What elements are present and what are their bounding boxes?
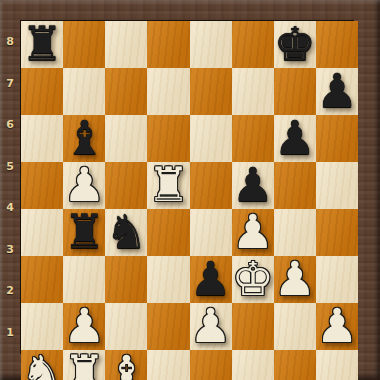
square-a1[interactable]: ♞: [21, 350, 63, 380]
square-g3[interactable]: ♟: [274, 256, 316, 303]
square-f6[interactable]: [232, 115, 274, 162]
square-a2[interactable]: [21, 303, 63, 350]
square-h4[interactable]: [316, 209, 358, 256]
square-h6[interactable]: [316, 115, 358, 162]
white-knight[interactable]: ♞: [21, 349, 63, 380]
white-bishop[interactable]: ♝: [105, 349, 147, 380]
square-d4[interactable]: [147, 209, 189, 256]
black-bishop[interactable]: ♝: [63, 114, 105, 161]
square-h7[interactable]: ♟: [316, 68, 358, 115]
square-a7[interactable]: [21, 68, 63, 115]
white-rook[interactable]: ♜: [147, 161, 189, 208]
square-c7[interactable]: [105, 68, 147, 115]
white-rook[interactable]: ♜: [63, 349, 105, 380]
white-pawn[interactable]: ♟: [316, 302, 358, 349]
square-e4[interactable]: [190, 209, 232, 256]
square-e2[interactable]: ♟: [190, 303, 232, 350]
rank-label-4: 4: [0, 187, 20, 229]
rank-label-2: 2: [0, 270, 20, 312]
rank-label-8: 8: [0, 21, 20, 63]
square-f3[interactable]: ♚: [232, 256, 274, 303]
black-rook[interactable]: ♜: [63, 208, 105, 255]
black-pawn[interactable]: ♟: [274, 114, 316, 161]
square-d2[interactable]: [147, 303, 189, 350]
white-pawn[interactable]: ♟: [63, 302, 105, 349]
rank-label-6: 6: [0, 104, 20, 146]
square-d1[interactable]: [147, 350, 189, 380]
square-b7[interactable]: [63, 68, 105, 115]
black-king[interactable]: ♚: [274, 20, 316, 67]
square-h3[interactable]: [316, 256, 358, 303]
square-f1[interactable]: [232, 350, 274, 380]
square-e7[interactable]: [190, 68, 232, 115]
square-e8[interactable]: [190, 21, 232, 68]
chess-app: 87654321 ABCDEFGH ♜♚♟♝♟♟♜♟♜♞♟♟♚♟♟♟♟♞♜♝: [0, 0, 380, 380]
square-d7[interactable]: [147, 68, 189, 115]
rank-labels: 87654321: [0, 21, 20, 353]
square-e5[interactable]: [190, 162, 232, 209]
square-g1[interactable]: [274, 350, 316, 380]
black-pawn[interactable]: ♟: [190, 255, 232, 302]
square-c2[interactable]: [105, 303, 147, 350]
square-a8[interactable]: ♜: [21, 21, 63, 68]
black-pawn[interactable]: ♟: [316, 67, 358, 114]
square-a6[interactable]: [21, 115, 63, 162]
square-b2[interactable]: ♟: [63, 303, 105, 350]
square-h1[interactable]: [316, 350, 358, 380]
square-e3[interactable]: ♟: [190, 256, 232, 303]
square-b8[interactable]: [63, 21, 105, 68]
square-b4[interactable]: ♜: [63, 209, 105, 256]
square-g8[interactable]: ♚: [274, 21, 316, 68]
rank-label-5: 5: [0, 146, 20, 188]
square-f7[interactable]: [232, 68, 274, 115]
square-g4[interactable]: [274, 209, 316, 256]
white-pawn[interactable]: ♟: [274, 255, 316, 302]
square-f8[interactable]: [232, 21, 274, 68]
square-c3[interactable]: [105, 256, 147, 303]
rank-label-3: 3: [0, 229, 20, 271]
white-pawn[interactable]: ♟: [190, 302, 232, 349]
square-e6[interactable]: [190, 115, 232, 162]
black-knight[interactable]: ♞: [105, 208, 147, 255]
square-f4[interactable]: ♟: [232, 209, 274, 256]
square-c6[interactable]: [105, 115, 147, 162]
square-a5[interactable]: [21, 162, 63, 209]
square-a4[interactable]: [21, 209, 63, 256]
square-b6[interactable]: ♝: [63, 115, 105, 162]
square-c4[interactable]: ♞: [105, 209, 147, 256]
white-king[interactable]: ♚: [232, 255, 274, 302]
square-h8[interactable]: [316, 21, 358, 68]
square-c1[interactable]: ♝: [105, 350, 147, 380]
white-pawn[interactable]: ♟: [63, 161, 105, 208]
square-f2[interactable]: [232, 303, 274, 350]
square-c5[interactable]: [105, 162, 147, 209]
square-d5[interactable]: ♜: [147, 162, 189, 209]
black-pawn[interactable]: ♟: [232, 161, 274, 208]
square-e1[interactable]: [190, 350, 232, 380]
square-d8[interactable]: [147, 21, 189, 68]
square-g5[interactable]: [274, 162, 316, 209]
square-g6[interactable]: ♟: [274, 115, 316, 162]
square-b5[interactable]: ♟: [63, 162, 105, 209]
black-rook[interactable]: ♜: [21, 20, 63, 67]
white-pawn[interactable]: ♟: [232, 208, 274, 255]
rank-label-7: 7: [0, 63, 20, 105]
chess-board: ♜♚♟♝♟♟♜♟♜♞♟♟♚♟♟♟♟♞♜♝: [20, 20, 354, 354]
square-f5[interactable]: ♟: [232, 162, 274, 209]
square-b1[interactable]: ♜: [63, 350, 105, 380]
rank-label-1: 1: [0, 312, 20, 354]
square-b3[interactable]: [63, 256, 105, 303]
square-c8[interactable]: [105, 21, 147, 68]
square-d3[interactable]: [147, 256, 189, 303]
square-g7[interactable]: [274, 68, 316, 115]
square-a3[interactable]: [21, 256, 63, 303]
square-g2[interactable]: [274, 303, 316, 350]
square-h2[interactable]: ♟: [316, 303, 358, 350]
square-d6[interactable]: [147, 115, 189, 162]
square-h5[interactable]: [316, 162, 358, 209]
